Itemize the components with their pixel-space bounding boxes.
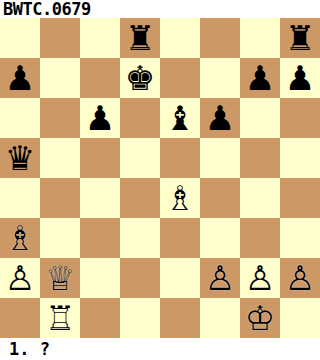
square-b7[interactable] [40,58,80,98]
square-e1[interactable] [160,298,200,338]
square-h4[interactable] [280,178,320,218]
square-f5[interactable] [200,138,240,178]
square-e4[interactable]: ♗ [160,178,200,218]
square-g5[interactable] [240,138,280,178]
square-h7[interactable]: ♟ [280,58,320,98]
square-e3[interactable] [160,218,200,258]
square-b8[interactable] [40,18,80,58]
square-g7[interactable]: ♟ [240,58,280,98]
square-d8[interactable]: ♜ [120,18,160,58]
square-g3[interactable] [240,218,280,258]
square-d5[interactable] [120,138,160,178]
square-c8[interactable] [80,18,120,58]
square-c3[interactable] [80,218,120,258]
black-king: ♚ [120,58,160,98]
square-h1[interactable] [280,298,320,338]
square-d4[interactable] [120,178,160,218]
square-a7[interactable]: ♟ [0,58,40,98]
square-a6[interactable] [0,98,40,138]
black-pawn: ♟ [0,58,40,98]
square-b6[interactable] [40,98,80,138]
square-f1[interactable] [200,298,240,338]
square-c5[interactable] [80,138,120,178]
square-b2[interactable]: ♕ [40,258,80,298]
square-d2[interactable] [120,258,160,298]
square-f7[interactable] [200,58,240,98]
square-f2[interactable]: ♙ [200,258,240,298]
black-queen: ♛ [0,138,40,178]
square-f4[interactable] [200,178,240,218]
square-c4[interactable] [80,178,120,218]
square-e8[interactable] [160,18,200,58]
square-c7[interactable] [80,58,120,98]
black-bishop: ♝ [160,98,200,138]
square-g8[interactable] [240,18,280,58]
square-h2[interactable]: ♙ [280,258,320,298]
square-d3[interactable] [120,218,160,258]
square-e2[interactable] [160,258,200,298]
black-pawn: ♟ [80,98,120,138]
square-e5[interactable] [160,138,200,178]
chess-board: ♜♜♟♚♟♟♟♝♟♛♗♗♙♕♙♙♙♖♔ [0,18,320,338]
square-c2[interactable] [80,258,120,298]
square-b1[interactable]: ♖ [40,298,80,338]
square-g2[interactable]: ♙ [240,258,280,298]
white-pawn: ♙ [240,258,280,298]
white-pawn: ♙ [200,258,240,298]
square-a8[interactable] [0,18,40,58]
square-e7[interactable] [160,58,200,98]
black-pawn: ♟ [240,58,280,98]
white-pawn: ♙ [280,258,320,298]
black-pawn: ♟ [200,98,240,138]
square-g6[interactable] [240,98,280,138]
square-a5[interactable]: ♛ [0,138,40,178]
white-pawn: ♙ [0,258,40,298]
white-queen: ♕ [40,258,80,298]
square-d7[interactable]: ♚ [120,58,160,98]
white-bishop: ♗ [160,178,200,218]
square-b3[interactable] [40,218,80,258]
square-d6[interactable] [120,98,160,138]
square-h8[interactable]: ♜ [280,18,320,58]
square-a4[interactable] [0,178,40,218]
puzzle-title: BWTC.0679 [0,0,320,18]
square-h5[interactable] [280,138,320,178]
square-f3[interactable] [200,218,240,258]
black-pawn: ♟ [280,58,320,98]
black-rook: ♜ [120,18,160,58]
square-d1[interactable] [120,298,160,338]
square-f8[interactable] [200,18,240,58]
square-a3[interactable]: ♗ [0,218,40,258]
square-h6[interactable] [280,98,320,138]
white-rook: ♖ [40,298,80,338]
square-a1[interactable] [0,298,40,338]
square-b5[interactable] [40,138,80,178]
white-bishop: ♗ [0,218,40,258]
square-f6[interactable]: ♟ [200,98,240,138]
square-c6[interactable]: ♟ [80,98,120,138]
square-b4[interactable] [40,178,80,218]
square-a2[interactable]: ♙ [0,258,40,298]
square-g4[interactable] [240,178,280,218]
move-prompt: 1. ? [0,338,320,360]
square-g1[interactable]: ♔ [240,298,280,338]
white-king: ♔ [240,298,280,338]
square-c1[interactable] [80,298,120,338]
square-e6[interactable]: ♝ [160,98,200,138]
square-h3[interactable] [280,218,320,258]
black-rook: ♜ [280,18,320,58]
